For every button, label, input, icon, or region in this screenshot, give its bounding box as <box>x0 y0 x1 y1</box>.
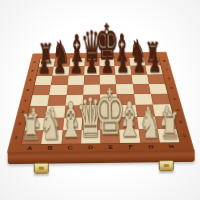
square-h3 <box>153 104 173 116</box>
square-f6 <box>115 75 132 85</box>
square-d7: ♟ <box>84 66 100 75</box>
coord-rank-8: 8 <box>159 57 170 65</box>
square-h5 <box>149 84 168 94</box>
square-f1: ♝ <box>119 129 140 143</box>
coord-file-top-g: G <box>129 52 144 57</box>
piece-black-bishop-c8: ♝ <box>66 30 86 67</box>
chess-set: ABCDEFGH ABCDEFGH 87654321 87654321 ♜♞♝♛… <box>0 0 200 200</box>
coord-rank-6: 6 <box>163 74 175 84</box>
square-g6 <box>131 74 148 84</box>
square-a7: ♟ <box>37 67 54 76</box>
piece-black-knight-b8: ♞ <box>52 36 70 68</box>
chess-board: ABCDEFGH ABCDEFGH 87654321 87654321 ♜♞♝♛… <box>7 52 195 153</box>
square-f7: ♟ <box>115 66 131 75</box>
square-a6 <box>35 76 53 86</box>
coord-rank-5: 5 <box>166 83 179 93</box>
square-g4 <box>134 94 153 105</box>
square-h8: ♜ <box>144 57 161 65</box>
square-f5 <box>116 84 134 94</box>
square-c3 <box>64 105 83 117</box>
square-e1: ♚ <box>100 129 120 143</box>
square-a1: ♜ <box>22 130 44 144</box>
square-a8: ♜ <box>39 59 56 67</box>
square-h1: ♜ <box>157 129 179 143</box>
brass-hinge-right <box>159 160 174 171</box>
product-photo: ABCDEFGH ABCDEFGH 87654321 87654321 ♜♞♝♛… <box>0 0 200 200</box>
coord-rank-1: 1 <box>177 128 192 142</box>
square-b8: ♞ <box>54 58 70 66</box>
coord-file-top-a: A <box>40 54 56 59</box>
square-c6 <box>67 75 84 85</box>
coord-rank-8: 8 <box>29 58 40 66</box>
coord-file-top-f: F <box>114 53 129 58</box>
square-b7: ♟ <box>53 67 70 76</box>
square-e2: ♟ <box>100 117 119 130</box>
square-b3 <box>46 106 65 118</box>
square-a2: ♟ <box>25 118 46 131</box>
square-c7: ♟ <box>68 66 84 75</box>
square-d2: ♟ <box>81 117 100 130</box>
square-b1: ♞ <box>41 130 62 144</box>
square-b2: ♟ <box>44 117 64 130</box>
square-e7: ♟ <box>100 66 116 75</box>
square-c2: ♟ <box>63 117 83 130</box>
square-h2: ♟ <box>155 116 176 129</box>
square-a4 <box>30 95 49 106</box>
coord-rank-7: 7 <box>161 65 173 74</box>
square-d4 <box>83 94 101 105</box>
coord-file-top-e: E <box>99 53 114 58</box>
square-g3 <box>135 105 155 117</box>
square-b4 <box>48 95 67 106</box>
square-e8: ♚ <box>99 58 114 66</box>
coord-file-top-h: H <box>143 52 159 57</box>
square-h4 <box>151 94 171 105</box>
square-b6 <box>51 75 68 85</box>
square-a5 <box>32 85 51 95</box>
square-c1: ♝ <box>61 130 81 144</box>
square-e4 <box>100 94 118 105</box>
square-g2: ♟ <box>137 116 158 129</box>
coord-file-top-d: D <box>85 53 100 58</box>
square-g8: ♞ <box>129 57 145 65</box>
square-f4 <box>117 94 135 105</box>
square-h7: ♟ <box>145 65 162 74</box>
square-g1: ♞ <box>138 129 160 143</box>
square-f3 <box>118 105 137 117</box>
coord-rank-4: 4 <box>168 93 181 104</box>
square-e3 <box>100 105 118 117</box>
square-g7: ♟ <box>130 66 147 75</box>
brass-hinge-left <box>34 163 49 174</box>
square-b5 <box>49 85 67 95</box>
square-d1: ♛ <box>81 130 101 144</box>
coord-file-top-c: C <box>70 53 85 58</box>
square-d6 <box>84 75 100 85</box>
coord-rank-2: 2 <box>174 116 188 129</box>
square-a3 <box>27 106 47 118</box>
board-frame: ABCDEFGH ABCDEFGH 87654321 87654321 ♜♞♝♛… <box>7 52 195 153</box>
square-f2: ♟ <box>118 117 138 130</box>
square-g5 <box>132 84 150 94</box>
square-h6 <box>147 74 165 84</box>
square-c4 <box>65 95 83 106</box>
coord-rank-3: 3 <box>171 104 185 116</box>
square-d8: ♛ <box>84 58 99 66</box>
board-grid: ♜♞♝♛♚♝♞♜♟♟♟♟♟♟♟♟♟♟♟♟♟♟♟♟♜♞♝♛♚♝♞♜ <box>20 57 180 145</box>
coord-file-top-b: B <box>55 53 70 58</box>
square-e6 <box>100 75 116 85</box>
square-f8: ♝ <box>114 58 130 66</box>
square-e5 <box>100 84 117 94</box>
square-c8: ♝ <box>69 58 85 66</box>
square-d5 <box>83 84 100 94</box>
square-d3 <box>82 105 100 117</box>
square-c5 <box>66 85 83 95</box>
